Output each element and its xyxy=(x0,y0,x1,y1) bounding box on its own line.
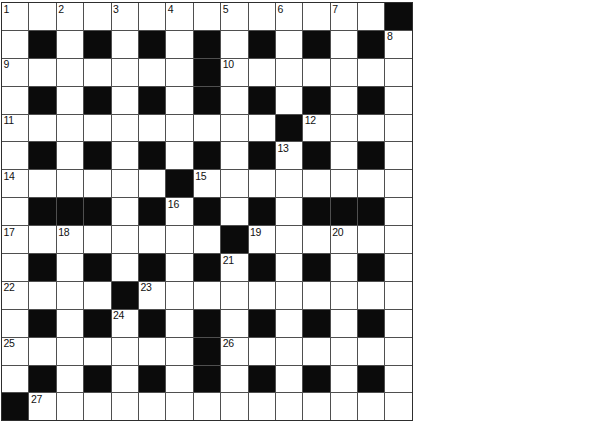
crossword-cell-r13c8[interactable] xyxy=(221,366,247,393)
crossword-cell-r10c13[interactable] xyxy=(358,282,384,309)
crossword-cell-r6c12[interactable] xyxy=(331,170,357,197)
crossword-cell-r10c10[interactable] xyxy=(276,282,302,309)
blocked-cell-r4c10 xyxy=(276,115,302,142)
crossword-cell-r8c11[interactable] xyxy=(303,226,329,253)
crossword-cell-r8c12[interactable]: 20 xyxy=(331,226,357,253)
crossword-cell-r6c4[interactable] xyxy=(112,170,138,197)
crossword-cell-r10c14[interactable] xyxy=(385,282,411,309)
crossword-cell-r4c4[interactable] xyxy=(112,115,138,142)
blocked-cell-r7c7 xyxy=(194,198,220,225)
crossword-cell-r9c12[interactable] xyxy=(331,254,357,281)
blocked-cell-r1c1 xyxy=(29,31,55,58)
clue-number-17: 17 xyxy=(4,227,15,238)
crossword-cell-r4c13[interactable] xyxy=(358,115,384,142)
crossword-cell-r3c0[interactable] xyxy=(2,87,28,114)
crossword-cell-r8c5[interactable] xyxy=(139,226,165,253)
crossword-cell-r8c13[interactable] xyxy=(358,226,384,253)
blocked-cell-r13c1 xyxy=(29,366,55,393)
blocked-cell-r9c13 xyxy=(358,254,384,281)
crossword-cell-r4c14[interactable] xyxy=(385,115,411,142)
crossword-cell-r12c11[interactable] xyxy=(303,338,329,365)
crossword-cell-r6c3[interactable] xyxy=(84,170,110,197)
crossword-cell-r10c7[interactable] xyxy=(194,282,220,309)
clue-number-26: 26 xyxy=(223,338,234,349)
blocked-cell-r11c11 xyxy=(303,310,329,337)
crossword-cell-r12c5[interactable] xyxy=(139,338,165,365)
blocked-cell-r13c3 xyxy=(84,366,110,393)
crossword-cell-r10c1[interactable] xyxy=(29,282,55,309)
crossword-cell-r13c6[interactable] xyxy=(166,366,192,393)
crossword-cell-r4c8[interactable] xyxy=(221,115,247,142)
crossword-cell-r14c9[interactable] xyxy=(249,393,275,420)
crossword-cell-r0c6[interactable]: 4 xyxy=(166,3,192,30)
crossword-cell-r6c8[interactable] xyxy=(221,170,247,197)
blocked-cell-r7c2 xyxy=(57,198,83,225)
clue-number-1: 1 xyxy=(4,4,10,15)
crossword-cell-r2c11[interactable] xyxy=(303,59,329,86)
crossword-cell-r6c2[interactable] xyxy=(57,170,83,197)
clue-number-15: 15 xyxy=(195,171,206,182)
clue-number-6: 6 xyxy=(277,4,283,15)
crossword-cell-r6c14[interactable] xyxy=(385,170,411,197)
crossword-cell-r2c1[interactable] xyxy=(29,59,55,86)
crossword-cell-r2c10[interactable] xyxy=(276,59,302,86)
crossword-cell-r14c5[interactable] xyxy=(139,393,165,420)
blocked-cell-r1c7 xyxy=(194,31,220,58)
blocked-cell-r1c9 xyxy=(249,31,275,58)
crossword-cell-r0c7[interactable] xyxy=(194,3,220,30)
crossword-cell-r0c1[interactable] xyxy=(29,3,55,30)
clue-number-11: 11 xyxy=(4,115,14,126)
crossword-cell-r5c2[interactable] xyxy=(57,142,83,169)
crossword-cell-r0c11[interactable] xyxy=(303,3,329,30)
crossword-cell-r12c8[interactable]: 26 xyxy=(221,338,247,365)
crossword-cell-r8c9[interactable]: 19 xyxy=(249,226,275,253)
crossword-cell-r11c6[interactable] xyxy=(166,310,192,337)
crossword-cell-r9c2[interactable] xyxy=(57,254,83,281)
crossword-cell-r0c4[interactable]: 3 xyxy=(112,3,138,30)
crossword-cell-r13c14[interactable] xyxy=(385,366,411,393)
crossword-cell-r9c10[interactable] xyxy=(276,254,302,281)
crossword-cell-r2c9[interactable] xyxy=(249,59,275,86)
crossword-cell-r10c12[interactable] xyxy=(331,282,357,309)
crossword-cell-r6c7[interactable]: 15 xyxy=(194,170,220,197)
crossword-cell-r14c13[interactable] xyxy=(358,393,384,420)
blocked-cell-r5c11 xyxy=(303,142,329,169)
crossword-cell-r3c12[interactable] xyxy=(331,87,357,114)
blocked-cell-r7c12 xyxy=(331,198,357,225)
crossword-cell-r6c1[interactable] xyxy=(29,170,55,197)
blocked-cell-r9c9 xyxy=(249,254,275,281)
blocked-cell-r7c1 xyxy=(29,198,55,225)
crossword-cell-r3c8[interactable] xyxy=(221,87,247,114)
blocked-cell-r11c13 xyxy=(358,310,384,337)
crossword-cell-r4c2[interactable] xyxy=(57,115,83,142)
crossword-cell-r2c3[interactable] xyxy=(84,59,110,86)
crossword-cell-r5c8[interactable] xyxy=(221,142,247,169)
crossword-cell-r8c14[interactable] xyxy=(385,226,411,253)
crossword-cell-r14c12[interactable] xyxy=(331,393,357,420)
clue-number-2: 2 xyxy=(58,4,64,15)
crossword-cell-r8c3[interactable] xyxy=(84,226,110,253)
clue-number-21: 21 xyxy=(223,255,234,266)
crossword-cell-r3c14[interactable] xyxy=(385,87,411,114)
crossword-cell-r4c6[interactable] xyxy=(166,115,192,142)
clue-number-19: 19 xyxy=(250,227,261,238)
crossword-cell-r1c10[interactable] xyxy=(276,31,302,58)
crossword-cell-r0c9[interactable] xyxy=(249,3,275,30)
crossword-cell-r4c5[interactable] xyxy=(139,115,165,142)
crossword-cell-r1c12[interactable] xyxy=(331,31,357,58)
crossword-cell-r2c13[interactable] xyxy=(358,59,384,86)
blocked-cell-r1c11 xyxy=(303,31,329,58)
crossword-cell-r1c4[interactable] xyxy=(112,31,138,58)
crossword-cell-r8c4[interactable] xyxy=(112,226,138,253)
crossword-cell-r10c8[interactable] xyxy=(221,282,247,309)
crossword-cell-r1c8[interactable] xyxy=(221,31,247,58)
crossword-cell-r2c4[interactable] xyxy=(112,59,138,86)
crossword-cell-r11c4[interactable]: 24 xyxy=(112,310,138,337)
blocked-cell-r3c1 xyxy=(29,87,55,114)
crossword-cell-r8c0[interactable]: 17 xyxy=(2,226,28,253)
crossword-cell-r13c12[interactable] xyxy=(331,366,357,393)
crossword-cell-r10c2[interactable] xyxy=(57,282,83,309)
crossword-cell-r12c13[interactable] xyxy=(358,338,384,365)
crossword-cell-r8c6[interactable] xyxy=(166,226,192,253)
blocked-cell-r11c5 xyxy=(139,310,165,337)
crossword-cell-r14c11[interactable] xyxy=(303,393,329,420)
crossword-cell-r13c10[interactable] xyxy=(276,366,302,393)
crossword-cell-r12c0[interactable]: 25 xyxy=(2,338,28,365)
crossword-page: 1234567891011121314151617181920212223242… xyxy=(0,0,601,427)
crossword-cell-r5c6[interactable] xyxy=(166,142,192,169)
crossword-cell-r9c6[interactable] xyxy=(166,254,192,281)
crossword-cell-r5c10[interactable]: 13 xyxy=(276,142,302,169)
crossword-cell-r8c7[interactable] xyxy=(194,226,220,253)
crossword-board: 1234567891011121314151617181920212223242… xyxy=(1,2,413,421)
crossword-cell-r11c2[interactable] xyxy=(57,310,83,337)
crossword-cell-r2c2[interactable] xyxy=(57,59,83,86)
crossword-cell-r4c0[interactable]: 11 xyxy=(2,115,28,142)
crossword-cell-r9c0[interactable] xyxy=(2,254,28,281)
crossword-cell-r10c9[interactable] xyxy=(249,282,275,309)
crossword-cell-r12c14[interactable] xyxy=(385,338,411,365)
blocked-cell-r11c1 xyxy=(29,310,55,337)
crossword-cell-r11c8[interactable] xyxy=(221,310,247,337)
crossword-cell-r2c5[interactable] xyxy=(139,59,165,86)
crossword-cell-r10c6[interactable] xyxy=(166,282,192,309)
blocked-cell-r13c9 xyxy=(249,366,275,393)
clue-number-7: 7 xyxy=(332,4,338,15)
crossword-cell-r2c8[interactable]: 10 xyxy=(221,59,247,86)
blocked-cell-r5c3 xyxy=(84,142,110,169)
blocked-cell-r11c7 xyxy=(194,310,220,337)
blocked-cell-r13c7 xyxy=(194,366,220,393)
crossword-cell-r10c0[interactable]: 22 xyxy=(2,282,28,309)
clue-number-23: 23 xyxy=(140,282,151,293)
crossword-cell-r14c2[interactable] xyxy=(57,393,83,420)
clue-number-5: 5 xyxy=(223,4,229,15)
blocked-cell-r7c9 xyxy=(249,198,275,225)
crossword-cell-r12c9[interactable] xyxy=(249,338,275,365)
crossword-cell-r14c7[interactable] xyxy=(194,393,220,420)
crossword-cell-r13c4[interactable] xyxy=(112,366,138,393)
crossword-cell-r14c6[interactable] xyxy=(166,393,192,420)
crossword-cell-r0c13[interactable] xyxy=(358,3,384,30)
crossword-cell-r4c12[interactable] xyxy=(331,115,357,142)
clue-number-18: 18 xyxy=(58,227,69,238)
crossword-cell-r0c2[interactable]: 2 xyxy=(57,3,83,30)
crossword-cell-r12c6[interactable] xyxy=(166,338,192,365)
blocked-cell-r3c7 xyxy=(194,87,220,114)
crossword-cell-r4c3[interactable] xyxy=(84,115,110,142)
crossword-cell-r6c5[interactable] xyxy=(139,170,165,197)
clue-number-10: 10 xyxy=(223,59,234,70)
blocked-cell-r5c9 xyxy=(249,142,275,169)
crossword-cell-r12c3[interactable] xyxy=(84,338,110,365)
crossword-cell-r0c3[interactable] xyxy=(84,3,110,30)
crossword-cell-r13c0[interactable] xyxy=(2,366,28,393)
crossword-cell-r6c13[interactable] xyxy=(358,170,384,197)
crossword-cell-r6c11[interactable] xyxy=(303,170,329,197)
blocked-cell-r0c14 xyxy=(385,3,411,30)
crossword-cell-r6c0[interactable]: 14 xyxy=(2,170,28,197)
blocked-cell-r5c1 xyxy=(29,142,55,169)
crossword-cell-r2c12[interactable] xyxy=(331,59,357,86)
crossword-cell-r14c14[interactable] xyxy=(385,393,411,420)
crossword-cell-r5c4[interactable] xyxy=(112,142,138,169)
crossword-cell-r5c14[interactable] xyxy=(385,142,411,169)
crossword-cell-r2c0[interactable]: 9 xyxy=(2,59,28,86)
crossword-cell-r7c6[interactable]: 16 xyxy=(166,198,192,225)
blocked-cell-r8c8 xyxy=(221,226,247,253)
crossword-cell-r7c10[interactable] xyxy=(276,198,302,225)
crossword-cell-r0c8[interactable]: 5 xyxy=(221,3,247,30)
crossword-cell-r9c14[interactable] xyxy=(385,254,411,281)
blocked-cell-r12c7 xyxy=(194,338,220,365)
clue-number-22: 22 xyxy=(4,282,15,293)
blocked-cell-r7c5 xyxy=(139,198,165,225)
crossword-cell-r12c12[interactable] xyxy=(331,338,357,365)
crossword-cell-r9c8[interactable]: 21 xyxy=(221,254,247,281)
crossword-cell-r11c10[interactable] xyxy=(276,310,302,337)
crossword-cell-r3c4[interactable] xyxy=(112,87,138,114)
crossword-cell-r3c2[interactable] xyxy=(57,87,83,114)
crossword-cell-r6c9[interactable] xyxy=(249,170,275,197)
blocked-cell-r9c3 xyxy=(84,254,110,281)
crossword-cell-r1c14[interactable]: 8 xyxy=(385,31,411,58)
clue-number-13: 13 xyxy=(277,143,288,154)
blocked-cell-r13c5 xyxy=(139,366,165,393)
blocked-cell-r3c9 xyxy=(249,87,275,114)
blocked-cell-r6c6 xyxy=(166,170,192,197)
clue-number-20: 20 xyxy=(332,227,343,238)
crossword-cell-r0c10[interactable]: 6 xyxy=(276,3,302,30)
crossword-cell-r4c11[interactable]: 12 xyxy=(303,115,329,142)
blocked-cell-r7c11 xyxy=(303,198,329,225)
crossword-cell-r12c1[interactable] xyxy=(29,338,55,365)
blocked-cell-r2c7 xyxy=(194,59,220,86)
blocked-cell-r5c5 xyxy=(139,142,165,169)
clue-number-8: 8 xyxy=(387,31,393,42)
crossword-cell-r14c8[interactable] xyxy=(221,393,247,420)
blocked-cell-r3c5 xyxy=(139,87,165,114)
clue-number-24: 24 xyxy=(113,310,124,321)
clue-number-27: 27 xyxy=(31,394,42,405)
crossword-cell-r12c10[interactable] xyxy=(276,338,302,365)
clue-number-12: 12 xyxy=(305,115,316,126)
crossword-cell-r8c10[interactable] xyxy=(276,226,302,253)
clue-number-4: 4 xyxy=(168,4,174,15)
crossword-cell-r4c1[interactable] xyxy=(29,115,55,142)
crossword-cell-r5c0[interactable] xyxy=(2,142,28,169)
crossword-cell-r14c10[interactable] xyxy=(276,393,302,420)
clue-number-14: 14 xyxy=(4,171,15,182)
crossword-cell-r9c4[interactable] xyxy=(112,254,138,281)
crossword-cell-r0c5[interactable] xyxy=(139,3,165,30)
blocked-cell-r14c0 xyxy=(2,393,28,420)
crossword-cell-r11c14[interactable] xyxy=(385,310,411,337)
blocked-cell-r1c3 xyxy=(84,31,110,58)
blocked-cell-r5c7 xyxy=(194,142,220,169)
blocked-cell-r9c11 xyxy=(303,254,329,281)
crossword-cell-r7c8[interactable] xyxy=(221,198,247,225)
blocked-cell-r5c13 xyxy=(358,142,384,169)
crossword-cell-r14c4[interactable] xyxy=(112,393,138,420)
blocked-cell-r3c11 xyxy=(303,87,329,114)
blocked-cell-r9c5 xyxy=(139,254,165,281)
crossword-cell-r11c12[interactable] xyxy=(331,310,357,337)
crossword-cell-r10c11[interactable] xyxy=(303,282,329,309)
blocked-cell-r11c3 xyxy=(84,310,110,337)
clue-number-9: 9 xyxy=(4,59,10,70)
crossword-cell-r0c0[interactable]: 1 xyxy=(2,3,28,30)
blocked-cell-r3c13 xyxy=(358,87,384,114)
blocked-cell-r1c5 xyxy=(139,31,165,58)
crossword-cell-r1c2[interactable] xyxy=(57,31,83,58)
blocked-cell-r9c7 xyxy=(194,254,220,281)
crossword-cell-r8c1[interactable] xyxy=(29,226,55,253)
crossword-cell-r3c6[interactable] xyxy=(166,87,192,114)
crossword-cell-r2c14[interactable] xyxy=(385,59,411,86)
clue-number-25: 25 xyxy=(4,338,15,349)
crossword-cell-r7c4[interactable] xyxy=(112,198,138,225)
blocked-cell-r9c1 xyxy=(29,254,55,281)
crossword-cell-r10c5[interactable]: 23 xyxy=(139,282,165,309)
crossword-cell-r2c6[interactable] xyxy=(166,59,192,86)
blocked-cell-r3c3 xyxy=(84,87,110,114)
blocked-cell-r13c13 xyxy=(358,366,384,393)
crossword-cell-r1c6[interactable] xyxy=(166,31,192,58)
crossword-cell-r13c2[interactable] xyxy=(57,366,83,393)
blocked-cell-r11c9 xyxy=(249,310,275,337)
crossword-cell-r12c4[interactable] xyxy=(112,338,138,365)
clue-number-16: 16 xyxy=(168,199,179,210)
blocked-cell-r10c4 xyxy=(112,282,138,309)
crossword-cell-r4c7[interactable] xyxy=(194,115,220,142)
crossword-cell-r4c9[interactable] xyxy=(249,115,275,142)
crossword-cell-r14c3[interactable] xyxy=(84,393,110,420)
crossword-cell-r14c1[interactable]: 27 xyxy=(29,393,55,420)
blocked-cell-r7c3 xyxy=(84,198,110,225)
clue-number-3: 3 xyxy=(113,4,119,15)
crossword-cell-r7c14[interactable] xyxy=(385,198,411,225)
crossword-cell-r12c2[interactable] xyxy=(57,338,83,365)
crossword-cell-r0c12[interactable]: 7 xyxy=(331,3,357,30)
blocked-cell-r1c13 xyxy=(358,31,384,58)
blocked-cell-r7c13 xyxy=(358,198,384,225)
crossword-cell-r7c0[interactable] xyxy=(2,198,28,225)
crossword-cell-r5c12[interactable] xyxy=(331,142,357,169)
blocked-cell-r13c11 xyxy=(303,366,329,393)
crossword-cell-r6c10[interactable] xyxy=(276,170,302,197)
crossword-cell-r11c0[interactable] xyxy=(2,310,28,337)
crossword-cell-r3c10[interactable] xyxy=(276,87,302,114)
crossword-cell-r8c2[interactable]: 18 xyxy=(57,226,83,253)
crossword-cell-r10c3[interactable] xyxy=(84,282,110,309)
crossword-cell-r1c0[interactable] xyxy=(2,31,28,58)
